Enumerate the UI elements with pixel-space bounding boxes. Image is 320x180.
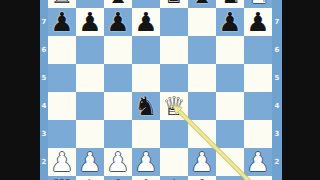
square-b1[interactable]: ♞ (76, 176, 104, 180)
square-a7[interactable]: ♟ (48, 8, 76, 36)
square-f5[interactable] (188, 64, 216, 92)
square-g4[interactable] (216, 92, 244, 120)
rank-labels-left: 87654321 (40, 0, 48, 180)
square-e4[interactable]: ♕ (160, 92, 188, 120)
square-f3[interactable] (188, 120, 216, 148)
black-knight-d4[interactable]: ♞ (132, 92, 160, 120)
white-pawn-b2[interactable]: ♟ (76, 148, 104, 176)
board-grid[interactable]: ♜♝♚♝♞♞♟♟♟♟♟♟♞♕♟♟♟♟♟♟♜♞♝♛♚♝ (48, 0, 272, 180)
rank-label-3: 3 (272, 131, 282, 138)
square-c4[interactable] (104, 92, 132, 120)
square-d4[interactable]: ♞ (132, 92, 160, 120)
white-bishop-f1[interactable]: ♝ (188, 176, 216, 180)
black-pawn-g7[interactable]: ♟ (216, 8, 244, 36)
black-pawn-c7[interactable]: ♟ (104, 8, 132, 36)
white-king-e1[interactable]: ♚ (160, 176, 188, 180)
square-d2[interactable]: ♟ (132, 148, 160, 176)
square-h4[interactable] (244, 92, 272, 120)
rank-label-5: 5 (40, 75, 48, 82)
square-f7[interactable] (188, 8, 216, 36)
square-g5[interactable] (216, 64, 244, 92)
square-f1[interactable]: ♝ (188, 176, 216, 180)
white-bishop-c1[interactable]: ♝ (104, 176, 132, 180)
square-e8[interactable]: ♚ (160, 0, 188, 8)
square-e5[interactable] (160, 64, 188, 92)
white-pawn-f2[interactable]: ♟ (188, 148, 216, 176)
square-f8[interactable]: ♝ (188, 0, 216, 8)
square-b7[interactable]: ♟ (76, 8, 104, 36)
square-c2[interactable]: ♟ (104, 148, 132, 176)
black-bishop-f8[interactable]: ♝ (188, 0, 216, 8)
square-a5[interactable] (48, 64, 76, 92)
square-c1[interactable]: ♝ (104, 176, 132, 180)
white-queen-d1[interactable]: ♛ (132, 176, 160, 180)
rank-label-2: 2 (272, 159, 282, 166)
square-b2[interactable]: ♟ (76, 148, 104, 176)
square-a3[interactable] (48, 120, 76, 148)
rank-labels-right: 87654321 (272, 0, 282, 180)
square-c5[interactable] (104, 64, 132, 92)
square-g7[interactable]: ♟ (216, 8, 244, 36)
black-pawn-h7[interactable]: ♟ (244, 8, 272, 36)
black-pawn-d7[interactable]: ♟ (132, 8, 160, 36)
square-e2[interactable] (160, 148, 188, 176)
square-h5[interactable] (244, 64, 272, 92)
rank-label-3: 3 (40, 131, 48, 138)
video-frame: 87654321 ♜♝♚♝♞♞♟♟♟♟♟♟♞♕♟♟♟♟♟♟♜♞♝♛♚♝ 8765… (0, 0, 320, 180)
square-a2[interactable]: ♟ (48, 148, 76, 176)
white-pawn-a2[interactable]: ♟ (48, 148, 76, 176)
square-f2[interactable]: ♟ (188, 148, 216, 176)
square-f6[interactable] (188, 36, 216, 64)
square-h3[interactable] (244, 120, 272, 148)
square-e3[interactable] (160, 120, 188, 148)
square-e7[interactable] (160, 8, 188, 36)
rank-label-6: 6 (272, 47, 282, 54)
white-rook-a1[interactable]: ♜ (48, 176, 76, 180)
square-b4[interactable] (76, 92, 104, 120)
square-c6[interactable] (104, 36, 132, 64)
square-g3[interactable] (216, 120, 244, 148)
square-e6[interactable] (160, 36, 188, 64)
white-pawn-d2[interactable]: ♟ (132, 148, 160, 176)
square-a6[interactable] (48, 36, 76, 64)
black-pawn-a7[interactable]: ♟ (48, 8, 76, 36)
square-b5[interactable] (76, 64, 104, 92)
square-g2[interactable] (216, 148, 244, 176)
black-pawn-b7[interactable]: ♟ (76, 8, 104, 36)
square-e1[interactable]: ♚ (160, 176, 188, 180)
rank-label-4: 4 (272, 103, 282, 110)
square-g1[interactable] (216, 176, 244, 180)
square-h6[interactable] (244, 36, 272, 64)
square-d1[interactable]: ♛ (132, 176, 160, 180)
square-b6[interactable] (76, 36, 104, 64)
rank-label-7: 7 (272, 19, 282, 26)
square-h7[interactable]: ♟ (244, 8, 272, 36)
rank-label-7: 7 (40, 19, 48, 26)
square-h1[interactable] (244, 176, 272, 180)
square-c3[interactable] (104, 120, 132, 148)
square-g6[interactable] (216, 36, 244, 64)
rank-label-5: 5 (272, 75, 282, 82)
white-pawn-h2[interactable]: ♟ (244, 148, 272, 176)
square-d3[interactable] (132, 120, 160, 148)
white-knight-b1[interactable]: ♞ (76, 176, 104, 180)
black-king-e8[interactable]: ♚ (160, 0, 188, 8)
square-a1[interactable]: ♜ (48, 176, 76, 180)
rank-label-4: 4 (40, 103, 48, 110)
square-c7[interactable]: ♟ (104, 8, 132, 36)
chess-board[interactable]: 87654321 ♜♝♚♝♞♞♟♟♟♟♟♟♞♕♟♟♟♟♟♟♜♞♝♛♚♝ 8765… (40, 0, 282, 180)
black-queen-e4[interactable]: ♕ (160, 92, 188, 120)
rank-label-6: 6 (40, 47, 48, 54)
square-a4[interactable] (48, 92, 76, 120)
square-d7[interactable]: ♟ (132, 8, 160, 36)
square-f4[interactable] (188, 92, 216, 120)
square-d5[interactable] (132, 64, 160, 92)
white-pawn-c2[interactable]: ♟ (104, 148, 132, 176)
rank-label-2: 2 (40, 159, 48, 166)
square-b3[interactable] (76, 120, 104, 148)
square-h2[interactable]: ♟ (244, 148, 272, 176)
square-d6[interactable] (132, 36, 160, 64)
